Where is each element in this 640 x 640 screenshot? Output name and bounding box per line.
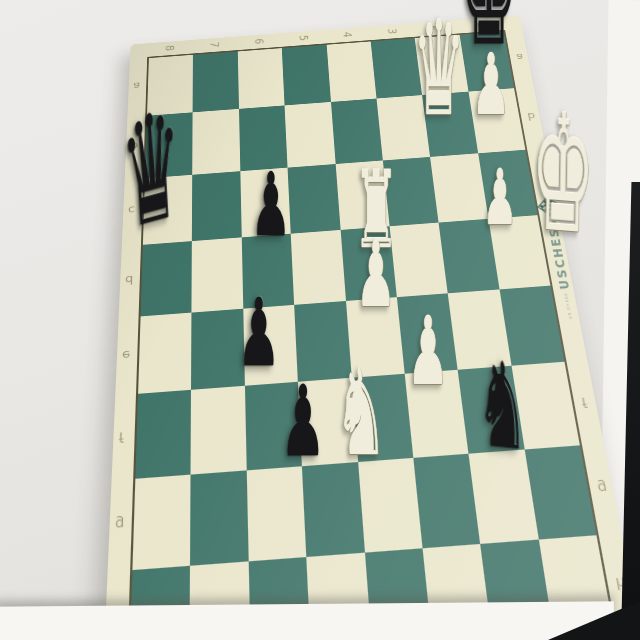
square-g8[interactable] — [132, 474, 190, 570]
piece-black-queen-d8[interactable]: ♛ — [118, 88, 185, 251]
square-g7[interactable] — [190, 470, 248, 566]
square-f7[interactable] — [191, 386, 247, 474]
square-b7[interactable] — [193, 109, 241, 174]
piece-white-pawn-f4[interactable]: ♟ — [407, 305, 449, 399]
piece-white-pawn-b2[interactable]: ♟ — [471, 43, 510, 127]
label-file-left-d: d — [125, 274, 134, 286]
square-a7[interactable] — [193, 51, 239, 112]
label-rank-top-7: 7 — [209, 42, 220, 48]
square-c7[interactable] — [192, 171, 241, 241]
piece-white-pawn-e4[interactable]: ♟ — [356, 230, 396, 320]
photo-stage: 87654321 87654321 abcdefgh abcfgh USCHES… — [0, 0, 640, 640]
label-rank-top-3: 3 — [387, 28, 399, 34]
piece-white-knight-g4[interactable]: ♞ — [335, 354, 388, 472]
piece-white-queen-b3[interactable]: ♛ — [413, 4, 465, 134]
square-f8[interactable] — [135, 390, 191, 478]
square-a4[interactable] — [326, 41, 376, 102]
square-e8[interactable] — [138, 313, 192, 394]
piece-black-knight-g2[interactable]: ♞ — [475, 344, 531, 467]
piece-white-pawn-d2[interactable]: ♟ — [482, 160, 517, 236]
square-d7[interactable] — [192, 237, 243, 312]
label-file-left-g: g — [115, 517, 125, 532]
label-file-left-e: e — [122, 349, 131, 362]
brand-small-print: US CHESS — [563, 293, 573, 319]
label-file-right-f: f — [580, 395, 587, 409]
square-d5[interactable] — [291, 230, 346, 305]
piece-black-pawn-f6[interactable]: ♟ — [237, 286, 281, 380]
piece-white-king-d1[interactable]: ♚ — [530, 91, 596, 258]
square-c5[interactable] — [288, 164, 341, 234]
label-rank-top-5: 5 — [298, 35, 309, 41]
square-a5[interactable] — [282, 45, 331, 106]
label-file-left-f: f — [118, 430, 123, 444]
square-b5[interactable] — [285, 102, 336, 167]
piece-black-pawn-g5[interactable]: ♟ — [280, 372, 326, 470]
square-a6[interactable] — [238, 48, 285, 109]
piece-black-pawn-d6[interactable]: ♟ — [250, 161, 291, 249]
square-g6[interactable] — [246, 466, 306, 561]
label-file-right-g: g — [597, 481, 609, 496]
table-strip-bottom — [0, 601, 614, 640]
label-rank-top-8: 8 — [164, 45, 176, 51]
label-rank-top-4: 4 — [342, 32, 353, 38]
label-rank-top-6: 6 — [253, 38, 264, 44]
